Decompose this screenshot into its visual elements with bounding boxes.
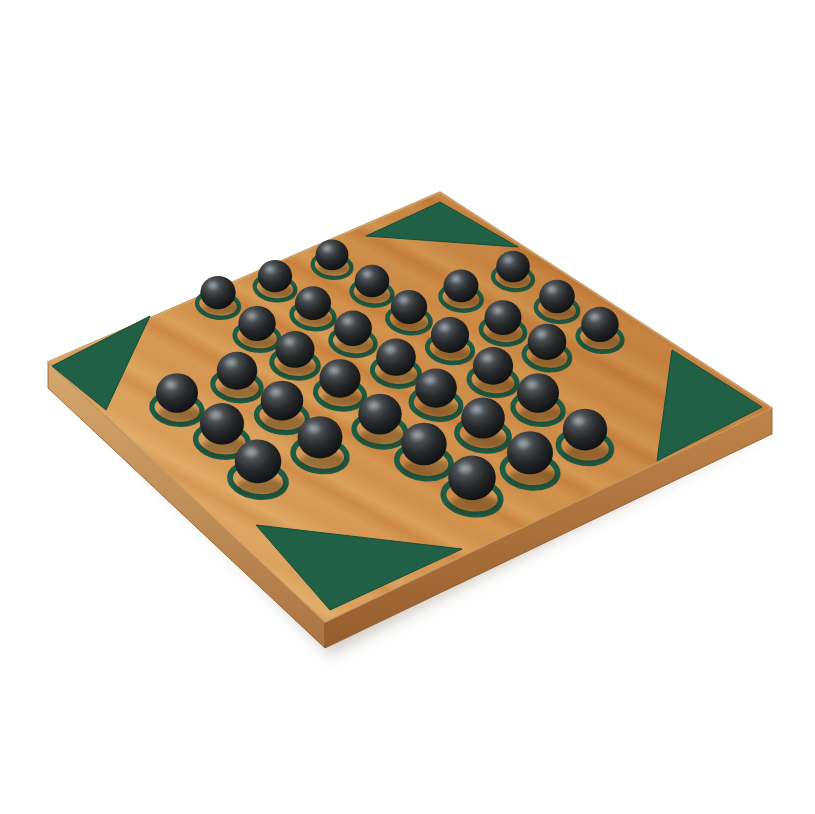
peg-ball-highlight xyxy=(470,406,483,414)
peg-ball xyxy=(391,290,427,324)
peg-ball-highlight xyxy=(424,376,436,383)
peg-ball xyxy=(298,416,343,458)
peg-ball xyxy=(200,403,244,444)
solitaire-board-photo xyxy=(0,0,815,814)
peg-ball xyxy=(473,347,513,385)
peg-ball xyxy=(200,276,235,309)
peg-ball-highlight xyxy=(284,339,296,346)
peg-ball xyxy=(448,455,496,500)
peg-ball xyxy=(238,306,275,341)
peg-ball-highlight xyxy=(589,314,600,321)
peg-ball xyxy=(156,373,198,412)
peg-ball xyxy=(235,440,282,484)
peg-ball-highlight xyxy=(270,389,283,397)
peg-ball-highlight xyxy=(265,267,275,273)
peg-ball-highlight xyxy=(342,318,353,325)
peg-ball-highlight xyxy=(517,440,531,448)
peg-ball-highlight xyxy=(385,346,397,353)
peg-ball-highlight xyxy=(246,313,257,320)
peg-ball xyxy=(261,381,303,421)
peg-ball-highlight xyxy=(367,402,380,410)
peg-ball-highlight xyxy=(572,417,585,425)
peg-ball xyxy=(258,260,292,292)
peg-ball xyxy=(415,369,457,408)
peg-ball-highlight xyxy=(225,359,237,366)
peg-ball-highlight xyxy=(503,257,513,263)
peg-ball xyxy=(461,397,505,438)
peg-ball-highlight xyxy=(547,286,558,292)
peg-ball-highlight xyxy=(322,246,332,252)
peg-ball-highlight xyxy=(458,464,472,473)
peg-ball-highlight xyxy=(328,367,340,374)
peg-ball xyxy=(581,307,618,342)
peg-ball xyxy=(316,240,349,271)
peg-ball-highlight xyxy=(245,448,259,456)
peg-ball xyxy=(334,311,372,346)
peg-ball-highlight xyxy=(307,425,320,433)
peg-ball-highlight xyxy=(411,431,425,439)
peg-ball xyxy=(517,373,559,412)
peg-ball xyxy=(217,352,258,390)
peg-ball-highlight xyxy=(209,411,222,419)
peg-ball xyxy=(507,431,553,474)
peg-ball xyxy=(275,331,314,368)
peg-ball xyxy=(485,300,522,335)
peg-ball xyxy=(528,324,567,360)
peg-ball-highlight xyxy=(165,381,178,389)
peg-ball xyxy=(539,280,575,313)
peg-ball xyxy=(401,423,446,466)
peg-ball xyxy=(295,286,331,320)
peg-ball-highlight xyxy=(492,307,503,314)
peg-ball xyxy=(496,251,530,283)
peg-ball-highlight xyxy=(208,283,219,289)
peg-ball xyxy=(355,265,390,297)
peg-ball-highlight xyxy=(451,276,461,282)
peg-ball-highlight xyxy=(439,324,450,331)
peg-ball-highlight xyxy=(362,271,372,277)
peg-ball xyxy=(319,359,360,398)
peg-ball-highlight xyxy=(526,381,539,389)
peg-ball-highlight xyxy=(303,293,314,299)
peg-ball xyxy=(431,317,469,353)
peg-ball xyxy=(563,409,607,451)
peg-ball-highlight xyxy=(481,355,493,362)
peg-ball xyxy=(358,394,401,435)
peg-ball xyxy=(376,339,416,376)
peg-ball xyxy=(444,269,479,302)
board-scene xyxy=(0,0,815,814)
peg-ball-highlight xyxy=(536,331,548,338)
peg-ball-highlight xyxy=(398,297,409,304)
